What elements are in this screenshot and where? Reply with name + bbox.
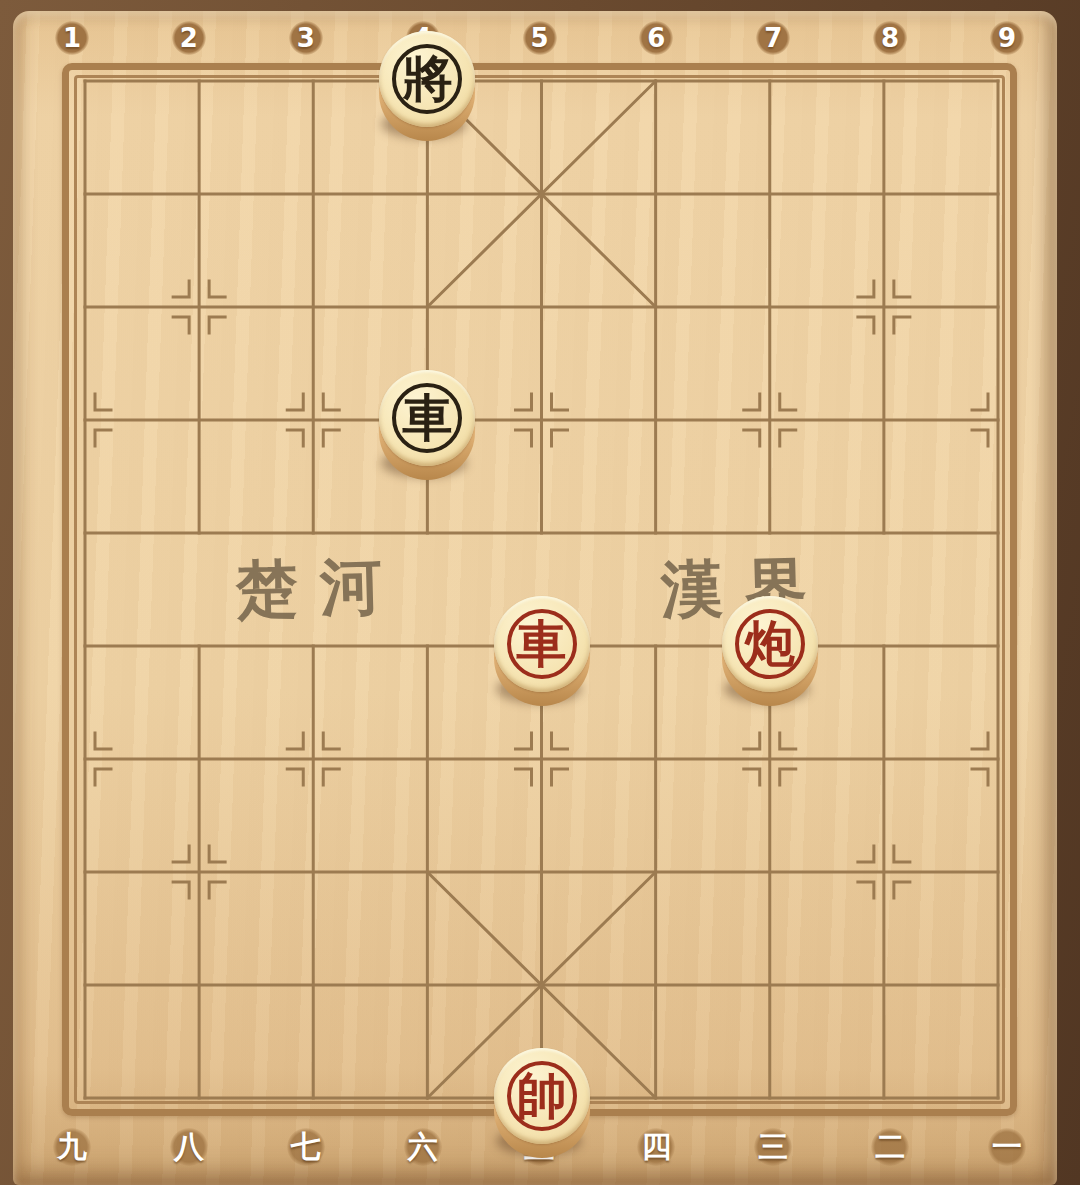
- top-file-label-1: 1: [55, 21, 89, 55]
- piece-black-general[interactable]: 將: [377, 29, 477, 147]
- bottom-file-label-9: 九: [53, 1128, 91, 1166]
- piece-glyph: 炮: [722, 596, 818, 692]
- bottom-file-label-3: 三: [754, 1128, 792, 1166]
- piece-glyph: 將: [379, 31, 475, 127]
- river-text-chu-he: 楚河: [219, 553, 421, 622]
- piece-red-cannon[interactable]: 炮: [720, 594, 820, 712]
- xiangqi-app: 123456789 九八七六五四三二一 楚河 漢界 將車車炮帥: [0, 0, 1080, 1185]
- top-file-label-3: 3: [289, 21, 323, 55]
- bottom-file-label-1: 一: [988, 1128, 1026, 1166]
- piece-red-chariot[interactable]: 車: [492, 594, 592, 712]
- top-file-label-5: 5: [523, 21, 557, 55]
- piece-glyph: 車: [379, 370, 475, 466]
- top-file-label-2: 2: [172, 21, 206, 55]
- piece-glyph: 車: [494, 596, 590, 692]
- top-file-label-9: 9: [990, 21, 1024, 55]
- bottom-file-label-6: 六: [404, 1128, 442, 1166]
- piece-black-chariot[interactable]: 車: [377, 368, 477, 486]
- bottom-file-label-8: 八: [170, 1128, 208, 1166]
- piece-red-general[interactable]: 帥: [492, 1046, 592, 1164]
- board-grid[interactable]: [0, 0, 1080, 1185]
- bottom-file-label-4: 四: [637, 1128, 675, 1166]
- top-file-label-7: 7: [756, 21, 790, 55]
- bottom-file-label-2: 二: [871, 1128, 909, 1166]
- top-file-label-8: 8: [873, 21, 907, 55]
- bottom-file-label-7: 七: [287, 1128, 325, 1166]
- piece-glyph: 帥: [494, 1048, 590, 1144]
